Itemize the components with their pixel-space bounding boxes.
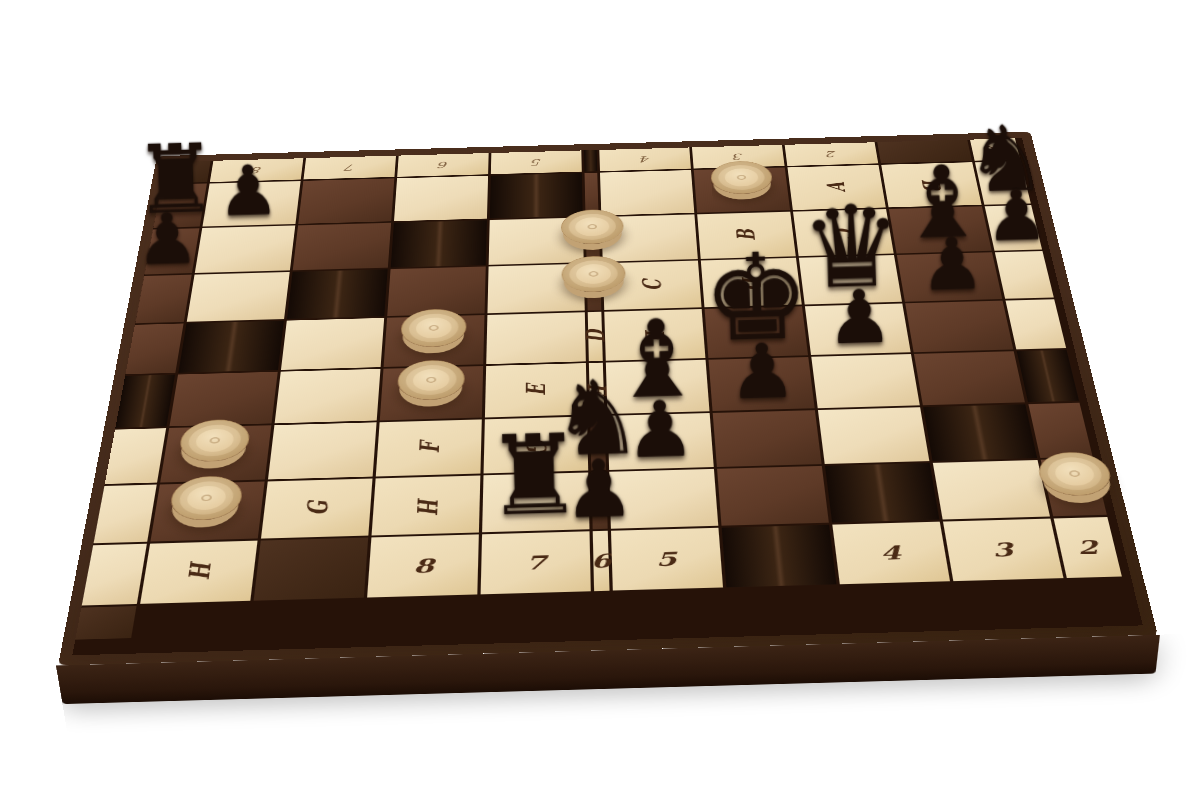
- black-pawn-b7[interactable]: ♟: [135, 204, 200, 273]
- file-label-text: E: [521, 384, 551, 397]
- square-h3[interactable]: [1041, 458, 1107, 516]
- black-pawn-a7[interactable]: ♟: [217, 157, 280, 224]
- black-pawn-c7[interactable]: ♟: [984, 180, 1049, 249]
- square-e7[interactable]: ♟: [805, 303, 911, 355]
- light-checker-c2[interactable]: [561, 255, 626, 293]
- square-a5[interactable]: [394, 176, 488, 221]
- square-d6[interactable]: [995, 251, 1054, 299]
- fold-seam: [178, 321, 284, 373]
- near-rank-label-4: 4: [832, 522, 950, 585]
- square-h7[interactable]: ♟: [591, 472, 607, 529]
- square-g6[interactable]: [713, 410, 822, 467]
- square-c7[interactable]: ♟: [985, 205, 1042, 251]
- light-checker-e2[interactable]: [397, 359, 466, 400]
- rank-label-text: 7: [525, 551, 546, 573]
- rank-label-text: 8: [413, 555, 435, 577]
- rank-label-text: 7: [345, 163, 356, 173]
- square-c5[interactable]: [187, 272, 290, 322]
- square-f6[interactable]: [811, 354, 920, 408]
- square-d3[interactable]: [384, 315, 485, 367]
- near-rank-label-5: 5: [611, 528, 723, 591]
- board-grid: 8765432A♜♟AB♞♟BC♝♟CD♛♟DE♚♟EF♝♟FG♞♟GH♜♟H8…: [72, 138, 1143, 655]
- far-rank-label-7: 7: [304, 156, 396, 180]
- square-f4[interactable]: [105, 428, 166, 484]
- square-a3[interactable]: [600, 170, 694, 215]
- rank-label-text: 3: [990, 538, 1015, 560]
- file-label-text: G: [301, 500, 334, 516]
- fold-seam: [584, 150, 597, 172]
- black-pawn-g7[interactable]: ♟: [625, 391, 696, 466]
- square-d7[interactable]: ♟: [897, 252, 1002, 301]
- square-h5[interactable]: [717, 466, 829, 526]
- rank-label-text: 6: [438, 160, 448, 170]
- square-c2[interactable]: [587, 263, 602, 310]
- fold-seam: [722, 525, 837, 588]
- square-e6[interactable]: [905, 301, 1013, 353]
- rank-label-text: 2: [826, 149, 837, 159]
- square-g4[interactable]: [1028, 403, 1092, 458]
- black-pawn-d7[interactable]: ♟: [919, 229, 985, 299]
- photo-scene: 8765432A♜♟AB♞♟BC♝♟CD♛♟DE♚♟EF♝♟FG♞♟GH♜♟H8…: [0, 0, 1200, 800]
- rank-label-text: 5: [531, 157, 541, 167]
- rank-label-text: 2: [1075, 536, 1100, 558]
- right-file-label-h: H: [140, 541, 257, 604]
- fold-seam: [1017, 350, 1079, 403]
- far-rank-label-6: 6: [397, 153, 488, 177]
- light-checker-g2[interactable]: [168, 475, 245, 521]
- light-checker-f3[interactable]: [177, 419, 251, 462]
- fold-seam: [115, 375, 175, 428]
- square-a6[interactable]: [298, 178, 394, 224]
- black-pawn-h7[interactable]: ♟: [562, 450, 635, 527]
- fold-seam: [825, 463, 939, 523]
- right-file-label-f: F: [376, 419, 482, 476]
- near-rank-label-7: 7: [481, 531, 591, 594]
- square-g5[interactable]: [818, 407, 929, 464]
- frame-corner: [75, 606, 136, 640]
- square-b5[interactable]: [293, 223, 391, 271]
- fold-seam: [923, 404, 1037, 461]
- square-h4[interactable]: [933, 460, 1050, 520]
- square-c6[interactable]: [135, 275, 191, 323]
- fold-seam: [490, 173, 583, 218]
- rank-label-text: 6: [591, 550, 612, 572]
- square-f7[interactable]: ♟: [709, 357, 815, 411]
- frame-corner: [254, 538, 369, 601]
- rank-label-text: 3: [733, 152, 744, 162]
- square-d5[interactable]: [126, 323, 184, 374]
- right-file-label-g: G: [261, 478, 372, 538]
- square-d4[interactable]: [281, 318, 384, 370]
- square-h2[interactable]: [82, 544, 147, 606]
- fold-seam: [287, 269, 388, 319]
- black-pawn-f7[interactable]: ♟: [728, 335, 798, 409]
- wooden-board: 8765432A♜♟AB♞♟BC♝♟CD♛♟DE♚♟EF♝♟FG♞♟GH♜♟H8…: [58, 132, 1158, 666]
- square-e3[interactable]: [275, 369, 381, 423]
- near-rank-label-2: 2: [1054, 517, 1122, 578]
- square-a2[interactable]: [694, 167, 790, 212]
- square-g3[interactable]: [94, 485, 157, 544]
- far-rank-label-2: 2: [785, 142, 879, 166]
- near-rank-label-3: 3: [943, 518, 1064, 581]
- square-e4[interactable]: [169, 372, 277, 427]
- rank-label-text: 4: [640, 154, 650, 164]
- square-b6[interactable]: [195, 225, 295, 273]
- fold-seam: [391, 220, 487, 267]
- square-e2[interactable]: [380, 366, 483, 420]
- far-rank-label-5: 5: [491, 150, 582, 174]
- near-rank-label-6: 6: [593, 531, 610, 591]
- file-label-text: F: [414, 441, 446, 454]
- square-f3[interactable]: [160, 425, 271, 482]
- right-file-label-d: D: [588, 312, 603, 361]
- near-rank-label-8: 8: [367, 534, 479, 597]
- left-file-label-h: H: [372, 475, 481, 535]
- rank-label-text: 4: [879, 542, 903, 564]
- square-e5[interactable]: [1006, 299, 1067, 349]
- file-label-text: C: [637, 279, 666, 291]
- brass-latch-icon: [1078, 333, 1083, 362]
- far-rank-label-4: 4: [599, 147, 691, 171]
- square-g2[interactable]: [150, 481, 264, 541]
- square-f5[interactable]: [914, 351, 1025, 405]
- file-label-text: H: [410, 497, 443, 514]
- black-pawn-e7[interactable]: ♟: [826, 280, 894, 352]
- square-d2[interactable]: [486, 312, 586, 364]
- file-label-text: H: [182, 563, 217, 581]
- square-f2[interactable]: [268, 422, 377, 479]
- square-b7[interactable]: ♟: [144, 228, 199, 274]
- rank-label-text: 5: [656, 548, 678, 570]
- light-checker-h3[interactable]: [1035, 451, 1115, 496]
